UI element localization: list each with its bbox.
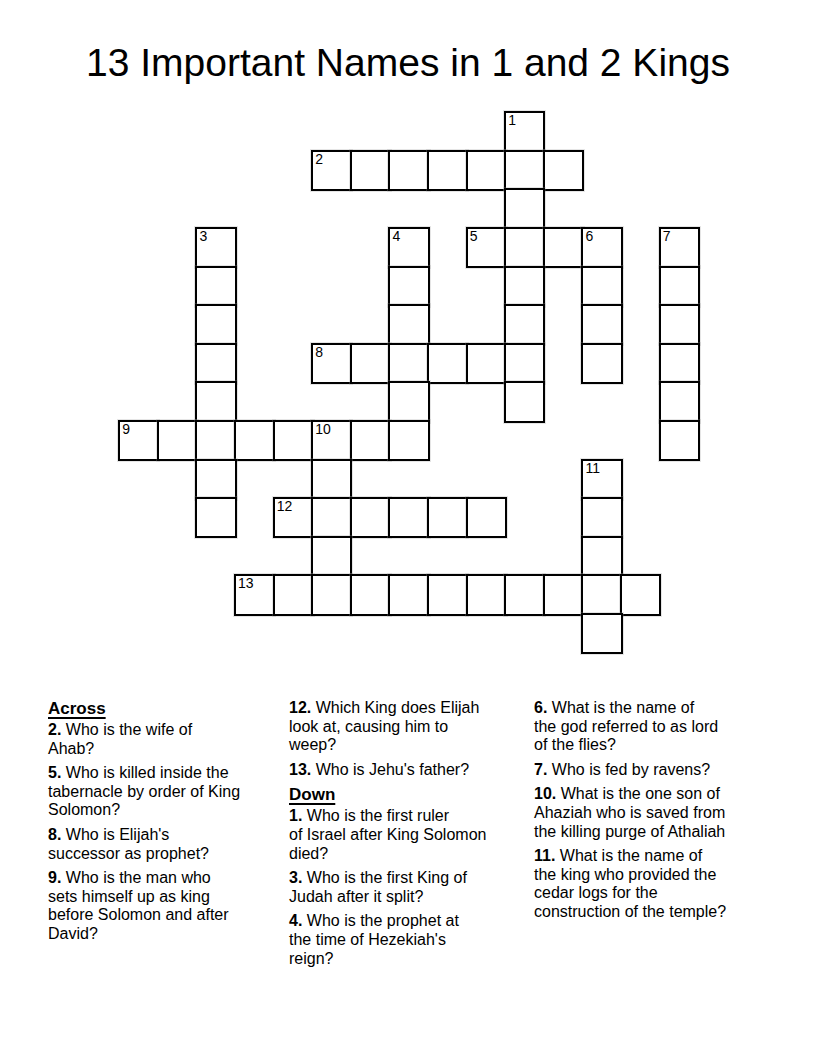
clue-text: Which King does Elijah look at, causing … bbox=[289, 699, 479, 753]
clue-column-3: 6. What is the name of the god referred … bbox=[534, 699, 776, 928]
across-header: Across bbox=[48, 699, 290, 718]
clue-down-11: 11. What is the name of the king who pro… bbox=[534, 847, 776, 921]
crossword-worksheet: 13 Important Names in 1 and 2 Kings 1234… bbox=[0, 0, 816, 1056]
clue-text: Who is killed inside the tabernacle by o… bbox=[48, 764, 240, 818]
clue-across-8: 8. Who is Elijah's successor as prophet? bbox=[48, 826, 290, 863]
clue-text: Who is the man who sets himself up as ki… bbox=[48, 869, 229, 942]
clue-across-12: 12. Which King does Elijah look at, caus… bbox=[289, 699, 531, 755]
clue-across-9: 9. Who is the man who sets himself up as… bbox=[48, 869, 290, 943]
clue-text: What is the one son of Ahaziah who is sa… bbox=[534, 785, 725, 839]
clue-text: Who is the first ruler of Israel after K… bbox=[289, 807, 486, 861]
clue-text: What is the name of the god referred to … bbox=[534, 699, 718, 753]
clue-down-3: 3. Who is the first King of Judah after … bbox=[289, 869, 531, 906]
clue-number: 9. bbox=[48, 869, 61, 886]
clue-number: 6. bbox=[534, 699, 547, 716]
clue-number: 1. bbox=[289, 807, 302, 824]
clue-down-6: 6. What is the name of the god referred … bbox=[534, 699, 776, 755]
clue-text: Who is fed by ravens? bbox=[552, 761, 710, 778]
clue-number: 7. bbox=[534, 761, 547, 778]
clue-down-7: 7. Who is fed by ravens? bbox=[534, 761, 776, 780]
clue-column-1: Across2. Who is the wife of Ahab?5. Who … bbox=[48, 699, 290, 950]
clue-number: 13. bbox=[289, 761, 311, 778]
clue-across-13: 13. Who is Jehu's father? bbox=[289, 761, 531, 780]
clue-text: What is the name of the king who provide… bbox=[534, 847, 726, 920]
clue-number: 10. bbox=[534, 785, 556, 802]
clue-number: 4. bbox=[289, 912, 302, 929]
clue-down-10: 10. What is the one son of Ahaziah who i… bbox=[534, 785, 776, 841]
clue-across-2: 2. Who is the wife of Ahab? bbox=[48, 721, 290, 758]
clue-across-5: 5. Who is killed inside the tabernacle b… bbox=[48, 764, 290, 820]
clue-number: 11. bbox=[534, 847, 555, 864]
clue-text: Who is the prophet at the time of Hezeki… bbox=[289, 912, 459, 966]
clue-number: 5. bbox=[48, 764, 61, 781]
clue-number: 8. bbox=[48, 826, 61, 843]
clue-text: Who is the first King of Judah after it … bbox=[289, 869, 467, 905]
clue-text: Who is Elijah's successor as prophet? bbox=[48, 826, 209, 862]
down-header: Down bbox=[289, 785, 531, 804]
clue-number: 2. bbox=[48, 721, 61, 738]
clues-section: Across2. Who is the wife of Ahab?5. Who … bbox=[0, 0, 816, 1056]
clue-down-1: 1. Who is the first ruler of Israel afte… bbox=[289, 807, 531, 863]
clue-text: Who is the wife of Ahab? bbox=[48, 721, 192, 757]
clue-number: 12. bbox=[289, 699, 311, 716]
clue-down-4: 4. Who is the prophet at the time of Hez… bbox=[289, 912, 531, 968]
clue-number: 3. bbox=[289, 869, 302, 886]
clue-column-2: 12. Which King does Elijah look at, caus… bbox=[289, 699, 531, 974]
clue-text: Who is Jehu's father? bbox=[316, 761, 469, 778]
